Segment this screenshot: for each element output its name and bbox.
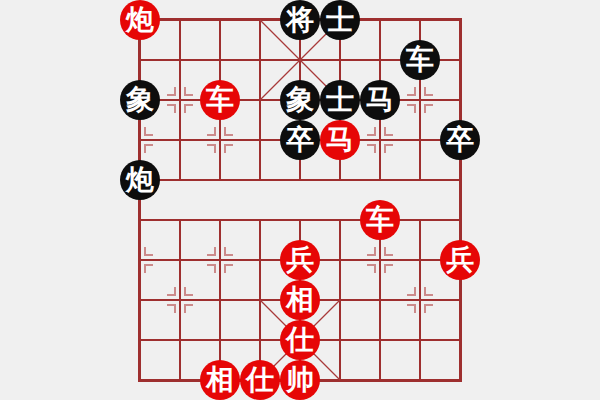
point-marker-bracket [144, 264, 153, 273]
piece-red-advisor[interactable]: 仕 [240, 360, 280, 400]
piece-black-horse[interactable]: 马 [360, 80, 400, 120]
piece-red-elephant[interactable]: 相 [200, 360, 240, 400]
point-marker-bracket [424, 304, 433, 313]
piece-black-soldier[interactable]: 卒 [440, 120, 480, 160]
piece-red-soldier[interactable]: 兵 [440, 240, 480, 280]
point-marker-bracket [184, 287, 193, 296]
point-marker-bracket [384, 127, 393, 136]
piece-black-advisor[interactable]: 士 [320, 80, 360, 120]
point-marker-bracket [167, 304, 176, 313]
point-marker-bracket [184, 104, 193, 113]
point-marker-bracket [367, 264, 376, 273]
point-marker-bracket [407, 104, 416, 113]
point-marker-bracket [224, 247, 233, 256]
point-marker-bracket [384, 144, 393, 153]
point-marker-bracket [224, 127, 233, 136]
point-marker-bracket [144, 247, 153, 256]
point-marker-bracket [184, 304, 193, 313]
point-marker-bracket [207, 247, 216, 256]
point-marker-bracket [224, 144, 233, 153]
point-marker-bracket [407, 287, 416, 296]
piece-red-chariot[interactable]: 车 [360, 200, 400, 240]
point-marker-bracket [167, 104, 176, 113]
xiangqi-board[interactable]: 炮将士车象车象士马卒马卒炮车兵兵相仕相仕帅 [0, 0, 600, 400]
piece-black-advisor[interactable]: 士 [320, 0, 360, 40]
point-marker-bracket [167, 87, 176, 96]
piece-black-chariot[interactable]: 车 [400, 40, 440, 80]
point-marker-bracket [224, 264, 233, 273]
piece-red-soldier[interactable]: 兵 [280, 240, 320, 280]
point-marker-bracket [144, 144, 153, 153]
point-marker-bracket [424, 87, 433, 96]
point-marker-bracket [207, 127, 216, 136]
piece-black-elephant[interactable]: 象 [280, 80, 320, 120]
point-marker-bracket [407, 304, 416, 313]
point-marker-bracket [407, 87, 416, 96]
point-marker-bracket [184, 87, 193, 96]
piece-red-advisor[interactable]: 仕 [280, 320, 320, 360]
point-marker-bracket [367, 127, 376, 136]
point-marker-bracket [207, 144, 216, 153]
piece-red-chariot[interactable]: 车 [200, 80, 240, 120]
point-marker-bracket [207, 264, 216, 273]
point-marker-bracket [367, 144, 376, 153]
point-marker-bracket [424, 287, 433, 296]
piece-black-general[interactable]: 将 [280, 0, 320, 40]
piece-red-cannon[interactable]: 炮 [120, 0, 160, 40]
point-marker-bracket [424, 104, 433, 113]
piece-red-horse[interactable]: 马 [320, 120, 360, 160]
point-marker-bracket [384, 264, 393, 273]
piece-red-general[interactable]: 帅 [280, 360, 320, 400]
point-marker-bracket [384, 247, 393, 256]
piece-black-cannon[interactable]: 炮 [120, 160, 160, 200]
piece-red-elephant[interactable]: 相 [280, 280, 320, 320]
point-marker-bracket [167, 287, 176, 296]
piece-black-soldier[interactable]: 卒 [280, 120, 320, 160]
point-marker-bracket [144, 127, 153, 136]
piece-black-elephant[interactable]: 象 [120, 80, 160, 120]
point-marker-bracket [367, 247, 376, 256]
